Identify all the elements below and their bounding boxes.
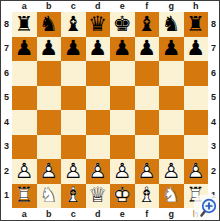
square-d8: ♛ xyxy=(86,12,111,37)
square-a1: ♜♖ xyxy=(12,184,37,209)
rank-label-right-8: 8 xyxy=(208,12,219,37)
rank-label-right-3: 3 xyxy=(208,135,219,160)
file-label-bottom-a: a xyxy=(12,208,37,220)
square-f8: ♝ xyxy=(135,12,160,37)
square-f2: ♟♙ xyxy=(135,159,160,184)
square-d7: ♟ xyxy=(86,37,111,62)
square-h2: ♟♙ xyxy=(184,159,209,184)
square-c1: ♝♗ xyxy=(61,184,86,209)
magnifier-glyph xyxy=(196,197,218,219)
square-e4 xyxy=(110,110,135,135)
square-e2: ♟♙ xyxy=(110,159,135,184)
file-label-top-d: d xyxy=(86,1,111,12)
square-c4 xyxy=(61,110,86,135)
black-pawn-piece: ♟ xyxy=(185,38,207,60)
black-pawn-piece: ♟ xyxy=(38,38,60,60)
black-bishop-piece: ♝ xyxy=(136,13,158,35)
square-g1: ♞♘ xyxy=(159,184,184,209)
white-pawn-piece: ♟♙ xyxy=(136,160,158,182)
margin-corner xyxy=(208,1,219,12)
white-pawn-piece: ♟♙ xyxy=(38,160,60,182)
zoom-in-icon[interactable] xyxy=(194,195,219,220)
square-d1: ♛♕ xyxy=(86,184,111,209)
file-label-bottom-e: e xyxy=(110,208,135,220)
square-g2: ♟♙ xyxy=(159,159,184,184)
square-b5 xyxy=(37,86,62,111)
file-label-top-h: h xyxy=(184,1,209,12)
rank-label-right-4: 4 xyxy=(208,110,219,135)
white-pawn-piece: ♟♙ xyxy=(87,160,109,182)
square-f3 xyxy=(135,135,160,160)
square-a6 xyxy=(12,61,37,86)
margin-corner xyxy=(1,1,12,12)
black-rook-piece: ♜ xyxy=(185,13,207,35)
square-b8: ♞ xyxy=(37,12,62,37)
file-label-top-f: f xyxy=(135,1,160,12)
rank-label-left-3: 3 xyxy=(1,135,12,160)
black-pawn-piece: ♟ xyxy=(62,38,84,60)
white-pawn-piece: ♟♙ xyxy=(13,160,35,182)
square-g3 xyxy=(159,135,184,160)
black-queen-piece: ♛ xyxy=(87,13,109,35)
margin-corner xyxy=(1,208,12,220)
rank-label-right-7: 7 xyxy=(208,37,219,62)
rank-label-left-7: 7 xyxy=(1,37,12,62)
square-d3 xyxy=(86,135,111,160)
black-pawn-piece: ♟ xyxy=(13,38,35,60)
file-label-top-b: b xyxy=(37,1,62,12)
square-c8: ♝ xyxy=(61,12,86,37)
square-c3 xyxy=(61,135,86,160)
rank-label-left-6: 6 xyxy=(1,61,12,86)
square-c6 xyxy=(61,61,86,86)
rank-label-right-2: 2 xyxy=(208,159,219,184)
square-g7: ♟ xyxy=(159,37,184,62)
square-h5 xyxy=(184,86,209,111)
square-g8: ♞ xyxy=(159,12,184,37)
square-b2: ♟♙ xyxy=(37,159,62,184)
file-label-top-c: c xyxy=(61,1,86,12)
square-a8: ♜ xyxy=(12,12,37,37)
square-c5 xyxy=(61,86,86,111)
square-b7: ♟ xyxy=(37,37,62,62)
square-b6 xyxy=(37,61,62,86)
rank-label-left-4: 4 xyxy=(1,110,12,135)
square-a7: ♟ xyxy=(12,37,37,62)
square-a3 xyxy=(12,135,37,160)
rank-label-left-8: 8 xyxy=(1,12,12,37)
white-king-piece: ♚♔ xyxy=(111,185,133,207)
square-f7: ♟ xyxy=(135,37,160,62)
square-h4 xyxy=(184,110,209,135)
square-e8: ♚ xyxy=(110,12,135,37)
square-h7: ♟ xyxy=(184,37,209,62)
chess-board: abcdefgh8♜♞♝♛♚♝♞♜87♟♟♟♟♟♟♟♟7665544332♟♙♟… xyxy=(1,1,219,220)
square-a2: ♟♙ xyxy=(12,159,37,184)
file-label-bottom-g: g xyxy=(159,208,184,220)
file-label-bottom-f: f xyxy=(135,208,160,220)
white-pawn-piece: ♟♙ xyxy=(160,160,182,182)
square-d6 xyxy=(86,61,111,86)
white-pawn-piece: ♟♙ xyxy=(111,160,133,182)
square-e3 xyxy=(110,135,135,160)
file-label-bottom-b: b xyxy=(37,208,62,220)
square-b3 xyxy=(37,135,62,160)
square-g5 xyxy=(159,86,184,111)
rank-label-left-2: 2 xyxy=(1,159,12,184)
black-pawn-piece: ♟ xyxy=(136,38,158,60)
white-bishop-piece: ♝♗ xyxy=(136,185,158,207)
white-knight-piece: ♞♘ xyxy=(38,185,60,207)
square-g6 xyxy=(159,61,184,86)
black-pawn-piece: ♟ xyxy=(87,38,109,60)
rank-label-left-1: 1 xyxy=(1,184,12,209)
square-a4 xyxy=(12,110,37,135)
file-label-top-g: g xyxy=(159,1,184,12)
file-label-top-a: a xyxy=(12,1,37,12)
square-e1: ♚♔ xyxy=(110,184,135,209)
white-queen-piece: ♛♕ xyxy=(87,185,109,207)
black-pawn-piece: ♟ xyxy=(160,38,182,60)
white-knight-piece: ♞♘ xyxy=(160,185,182,207)
square-h6 xyxy=(184,61,209,86)
square-a5 xyxy=(12,86,37,111)
file-label-bottom-c: c xyxy=(61,208,86,220)
black-knight-piece: ♞ xyxy=(160,13,182,35)
rank-label-right-5: 5 xyxy=(208,86,219,111)
square-f1: ♝♗ xyxy=(135,184,160,209)
square-c2: ♟♙ xyxy=(61,159,86,184)
square-d4 xyxy=(86,110,111,135)
white-pawn-piece: ♟♙ xyxy=(185,160,207,182)
square-f5 xyxy=(135,86,160,111)
chess-diagram-image[interactable]: abcdefgh8♜♞♝♛♚♝♞♜87♟♟♟♟♟♟♟♟7665544332♟♙♟… xyxy=(0,0,220,221)
square-c7: ♟ xyxy=(61,37,86,62)
square-e7: ♟ xyxy=(110,37,135,62)
square-f4 xyxy=(135,110,160,135)
file-label-bottom-d: d xyxy=(86,208,111,220)
rank-label-left-5: 5 xyxy=(1,86,12,111)
square-b4 xyxy=(37,110,62,135)
square-e5 xyxy=(110,86,135,111)
square-d5 xyxy=(86,86,111,111)
white-pawn-piece: ♟♙ xyxy=(62,160,84,182)
black-pawn-piece: ♟ xyxy=(111,38,133,60)
square-g4 xyxy=(159,110,184,135)
square-f6 xyxy=(135,61,160,86)
square-d2: ♟♙ xyxy=(86,159,111,184)
black-knight-piece: ♞ xyxy=(38,13,60,35)
white-bishop-piece: ♝♗ xyxy=(62,185,84,207)
rank-label-right-6: 6 xyxy=(208,61,219,86)
square-h8: ♜ xyxy=(184,12,209,37)
square-h3 xyxy=(184,135,209,160)
square-e6 xyxy=(110,61,135,86)
white-rook-piece: ♜♖ xyxy=(13,185,35,207)
black-rook-piece: ♜ xyxy=(13,13,35,35)
file-label-top-e: e xyxy=(110,1,135,12)
black-king-piece: ♚ xyxy=(111,13,133,35)
square-b1: ♞♘ xyxy=(37,184,62,209)
black-bishop-piece: ♝ xyxy=(62,13,84,35)
